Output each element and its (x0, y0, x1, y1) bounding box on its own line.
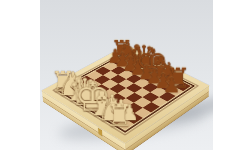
brass-latch (98, 128, 102, 136)
square-f2: ♟ (108, 103, 125, 113)
piece-white-rook: ♜ (50, 68, 75, 96)
page-background: ♜♞♝♛♚♝♞♜♟♟♟♟♟♟♟♟♟♟♟♟♟♟♟♟♜♞♝♛♚♝♞♜ (0, 0, 240, 150)
product-photo: ♜♞♝♛♚♝♞♜♟♟♟♟♟♟♟♟♟♟♟♟♟♟♟♟♜♞♝♛♚♝♞♜ (40, 0, 213, 150)
